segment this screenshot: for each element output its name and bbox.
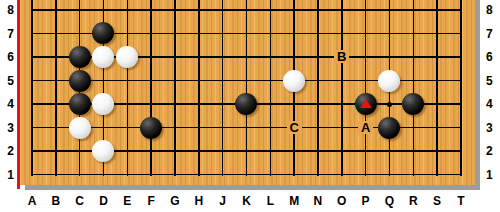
- intersection-K2[interactable]: [235, 139, 259, 163]
- intersection-D1[interactable]: [92, 163, 116, 185]
- coord-label-right-6: 6: [486, 49, 500, 65]
- intersection-B4[interactable]: [44, 92, 68, 116]
- white-stone-M5[interactable]: [283, 70, 305, 92]
- black-stone-C5[interactable]: [69, 70, 91, 92]
- intersection-Q3[interactable]: [378, 116, 402, 140]
- intersection-B1[interactable]: [44, 163, 68, 185]
- intersection-B2[interactable]: [44, 139, 68, 163]
- intersection-F5[interactable]: [139, 69, 163, 93]
- intersection-N8[interactable]: [306, 0, 330, 22]
- intersection-S7[interactable]: [425, 22, 449, 46]
- coord-label-col-D: D: [93, 194, 113, 209]
- coord-label-col-O: O: [332, 194, 352, 209]
- coord-label-left-6: 6: [0, 49, 16, 65]
- coord-label-col-P: P: [356, 194, 376, 209]
- black-stone-P4[interactable]: [355, 93, 377, 115]
- intersection-D3[interactable]: [92, 116, 116, 140]
- coord-label-left-1: 1: [0, 167, 16, 183]
- intersection-G3[interactable]: [163, 116, 187, 140]
- coord-label-col-E: E: [117, 194, 137, 209]
- intersection-N7[interactable]: [306, 22, 330, 46]
- intersection-F3[interactable]: [139, 116, 163, 140]
- intersection-O7[interactable]: [330, 22, 354, 46]
- intersection-K6[interactable]: [235, 45, 259, 69]
- intersection-F1[interactable]: [139, 163, 163, 185]
- board-shadow-right: [475, 0, 480, 190]
- intersection-F2[interactable]: [139, 139, 163, 163]
- intersection-R5[interactable]: [401, 69, 425, 93]
- intersection-B6[interactable]: [44, 45, 68, 69]
- intersection-J4[interactable]: [211, 92, 235, 116]
- intersection-L6[interactable]: [258, 45, 282, 69]
- star-point-Q4: [387, 102, 392, 107]
- intersection-S8[interactable]: [425, 0, 449, 22]
- intersection-S3[interactable]: [425, 116, 449, 140]
- coord-label-right-8: 8: [486, 2, 500, 18]
- intersection-M7[interactable]: [282, 22, 306, 46]
- black-stone-F3[interactable]: [140, 117, 162, 139]
- intersection-D6[interactable]: [92, 45, 116, 69]
- intersection-D4[interactable]: [92, 92, 116, 116]
- intersection-T3[interactable]: [449, 116, 473, 140]
- coord-label-col-H: H: [189, 194, 209, 209]
- intersection-D2[interactable]: [92, 139, 116, 163]
- intersection-L4[interactable]: [258, 92, 282, 116]
- intersection-T8[interactable]: [449, 0, 473, 22]
- intersection-S6[interactable]: [425, 45, 449, 69]
- black-stone-K4[interactable]: [235, 93, 257, 115]
- intersection-G8[interactable]: [163, 0, 187, 22]
- intersection-A7[interactable]: [20, 22, 44, 46]
- coord-label-col-Q: Q: [379, 194, 399, 209]
- intersection-R8[interactable]: [401, 0, 425, 22]
- board-label-C: C: [287, 121, 302, 134]
- coord-label-col-G: G: [165, 194, 185, 209]
- intersection-E6[interactable]: [115, 45, 139, 69]
- intersection-O4[interactable]: [330, 92, 354, 116]
- coord-label-left-7: 7: [0, 26, 16, 42]
- intersection-L3[interactable]: [258, 116, 282, 140]
- intersection-T2[interactable]: [449, 139, 473, 163]
- intersection-O2[interactable]: [330, 139, 354, 163]
- coord-label-col-F: F: [141, 194, 161, 209]
- intersection-J1[interactable]: [211, 163, 235, 185]
- intersection-J2[interactable]: [211, 139, 235, 163]
- intersection-E7[interactable]: [115, 22, 139, 46]
- intersection-S2[interactable]: [425, 139, 449, 163]
- intersection-L7[interactable]: [258, 22, 282, 46]
- intersection-L5[interactable]: [258, 69, 282, 93]
- intersection-G2[interactable]: [163, 139, 187, 163]
- coord-label-col-S: S: [427, 194, 447, 209]
- intersection-R1[interactable]: [401, 163, 425, 185]
- intersection-C1[interactable]: [68, 163, 92, 185]
- coord-label-right-4: 4: [486, 96, 500, 112]
- last-move-triangle-marker: [360, 99, 372, 108]
- intersection-C3[interactable]: [68, 116, 92, 140]
- intersection-B5[interactable]: [44, 69, 68, 93]
- coord-label-col-J: J: [213, 194, 233, 209]
- intersection-C4[interactable]: [68, 92, 92, 116]
- coord-label-left-2: 2: [0, 143, 16, 159]
- intersection-S5[interactable]: [425, 69, 449, 93]
- black-stone-C6[interactable]: [69, 46, 91, 68]
- intersection-H5[interactable]: [187, 69, 211, 93]
- coord-label-right-7: 7: [486, 26, 500, 42]
- intersection-K3[interactable]: [235, 116, 259, 140]
- white-stone-D2[interactable]: [92, 140, 114, 162]
- intersection-H6[interactable]: [187, 45, 211, 69]
- coord-label-left-8: 8: [0, 2, 16, 18]
- intersection-N1[interactable]: [306, 163, 330, 185]
- intersection-R6[interactable]: [401, 45, 425, 69]
- intersection-K1[interactable]: [235, 163, 259, 185]
- intersection-J8[interactable]: [211, 0, 235, 22]
- intersection-E3[interactable]: [115, 116, 139, 140]
- intersection-P2[interactable]: [354, 139, 378, 163]
- intersection-A6[interactable]: [20, 45, 44, 69]
- board-shadow-bottom: [25, 185, 480, 190]
- intersection-C7[interactable]: [68, 22, 92, 46]
- intersection-B3[interactable]: [44, 116, 68, 140]
- intersection-R2[interactable]: [401, 139, 425, 163]
- intersection-H7[interactable]: [187, 22, 211, 46]
- intersection-G4[interactable]: [163, 92, 187, 116]
- coord-label-col-T: T: [451, 194, 471, 209]
- coord-label-left-3: 3: [0, 120, 16, 136]
- intersection-Q8[interactable]: [378, 0, 402, 22]
- intersection-K5[interactable]: [235, 69, 259, 93]
- intersection-K4[interactable]: [235, 92, 259, 116]
- intersection-P4[interactable]: [354, 92, 378, 116]
- intersection-T4[interactable]: [449, 92, 473, 116]
- coord-label-col-N: N: [308, 194, 328, 209]
- intersection-T5[interactable]: [449, 69, 473, 93]
- intersection-N6[interactable]: [306, 45, 330, 69]
- intersection-M5[interactable]: [282, 69, 306, 93]
- intersection-T7[interactable]: [449, 22, 473, 46]
- intersection-Q1[interactable]: [378, 163, 402, 185]
- go-diagram: BCA 87654321 87654321 ABCDEFGHJKLMNOPQRS…: [0, 0, 500, 212]
- intersection-O6[interactable]: B: [330, 45, 354, 69]
- black-stone-Q3[interactable]: [378, 117, 400, 139]
- intersection-A1[interactable]: [20, 163, 44, 185]
- coord-label-right-3: 3: [486, 120, 500, 136]
- intersection-P8[interactable]: [354, 0, 378, 22]
- intersection-G1[interactable]: [163, 163, 187, 185]
- intersection-T1[interactable]: [449, 163, 473, 185]
- intersection-J3[interactable]: [211, 116, 235, 140]
- go-board[interactable]: BCA: [20, 0, 475, 185]
- intersection-H2[interactable]: [187, 139, 211, 163]
- intersection-P3[interactable]: A: [354, 116, 378, 140]
- intersection-H1[interactable]: [187, 163, 211, 185]
- intersection-G7[interactable]: [163, 22, 187, 46]
- coord-label-col-K: K: [236, 194, 256, 209]
- intersection-L1[interactable]: [258, 163, 282, 185]
- intersection-O1[interactable]: [330, 163, 354, 185]
- intersection-R4[interactable]: [401, 92, 425, 116]
- coord-label-col-M: M: [284, 194, 304, 209]
- coord-label-right-2: 2: [486, 143, 500, 159]
- coord-label-right-1: 1: [486, 167, 500, 183]
- coord-label-col-R: R: [403, 194, 423, 209]
- coord-label-col-L: L: [260, 194, 280, 209]
- coord-label-col-C: C: [70, 194, 90, 209]
- intersection-G6[interactable]: [163, 45, 187, 69]
- intersection-K7[interactable]: [235, 22, 259, 46]
- intersection-N2[interactable]: [306, 139, 330, 163]
- intersection-Q2[interactable]: [378, 139, 402, 163]
- intersection-J6[interactable]: [211, 45, 235, 69]
- intersection-H8[interactable]: [187, 0, 211, 22]
- intersection-D5[interactable]: [92, 69, 116, 93]
- intersection-O3[interactable]: [330, 116, 354, 140]
- intersection-M2[interactable]: [282, 139, 306, 163]
- intersection-D7[interactable]: [92, 22, 116, 46]
- intersection-E2[interactable]: [115, 139, 139, 163]
- coord-label-left-5: 5: [0, 73, 16, 89]
- intersection-P7[interactable]: [354, 22, 378, 46]
- intersection-Q4[interactable]: [378, 92, 402, 116]
- board-grid: BCA: [20, 0, 473, 185]
- board-label-A: A: [358, 121, 373, 134]
- intersection-L2[interactable]: [258, 139, 282, 163]
- intersection-J5[interactable]: [211, 69, 235, 93]
- white-stone-Q5[interactable]: [378, 70, 400, 92]
- intersection-S4[interactable]: [425, 92, 449, 116]
- intersection-A5[interactable]: [20, 69, 44, 93]
- coord-label-left-4: 4: [0, 96, 16, 112]
- intersection-P1[interactable]: [354, 163, 378, 185]
- intersection-M8[interactable]: [282, 0, 306, 22]
- intersection-H3[interactable]: [187, 116, 211, 140]
- intersection-O8[interactable]: [330, 0, 354, 22]
- intersection-C2[interactable]: [68, 139, 92, 163]
- intersection-F6[interactable]: [139, 45, 163, 69]
- intersection-R7[interactable]: [401, 22, 425, 46]
- white-stone-C3[interactable]: [69, 117, 91, 139]
- board-label-B: B: [334, 50, 349, 63]
- intersection-P5[interactable]: [354, 69, 378, 93]
- intersection-T6[interactable]: [449, 45, 473, 69]
- white-stone-D6[interactable]: [92, 46, 114, 68]
- black-stone-R4[interactable]: [402, 93, 424, 115]
- black-stone-D7[interactable]: [92, 22, 114, 44]
- intersection-L8[interactable]: [258, 0, 282, 22]
- intersection-B7[interactable]: [44, 22, 68, 46]
- intersection-D8[interactable]: [92, 0, 116, 22]
- intersection-B8[interactable]: [44, 0, 68, 22]
- intersection-E1[interactable]: [115, 163, 139, 185]
- intersection-C5[interactable]: [68, 69, 92, 93]
- intersection-A4[interactable]: [20, 92, 44, 116]
- intersection-J7[interactable]: [211, 22, 235, 46]
- intersection-P6[interactable]: [354, 45, 378, 69]
- intersection-N5[interactable]: [306, 69, 330, 93]
- intersection-M3[interactable]: C: [282, 116, 306, 140]
- intersection-M6[interactable]: [282, 45, 306, 69]
- intersection-S1[interactable]: [425, 163, 449, 185]
- intersection-G5[interactable]: [163, 69, 187, 93]
- black-stone-C4[interactable]: [69, 93, 91, 115]
- intersection-R3[interactable]: [401, 116, 425, 140]
- intersection-M1[interactable]: [282, 163, 306, 185]
- intersection-Q5[interactable]: [378, 69, 402, 93]
- intersection-F8[interactable]: [139, 0, 163, 22]
- intersection-C8[interactable]: [68, 0, 92, 22]
- intersection-F4[interactable]: [139, 92, 163, 116]
- intersection-E5[interactable]: [115, 69, 139, 93]
- intersection-A2[interactable]: [20, 139, 44, 163]
- intersection-N4[interactable]: [306, 92, 330, 116]
- intersection-A8[interactable]: [20, 0, 44, 22]
- intersection-N3[interactable]: [306, 116, 330, 140]
- intersection-K8[interactable]: [235, 0, 259, 22]
- intersection-Q7[interactable]: [378, 22, 402, 46]
- intersection-E8[interactable]: [115, 0, 139, 22]
- intersection-E4[interactable]: [115, 92, 139, 116]
- intersection-F7[interactable]: [139, 22, 163, 46]
- coord-label-col-B: B: [46, 194, 66, 209]
- intersection-A3[interactable]: [20, 116, 44, 140]
- coord-label-col-A: A: [22, 194, 42, 209]
- intersection-M4[interactable]: [282, 92, 306, 116]
- coord-label-right-5: 5: [486, 73, 500, 89]
- white-stone-E6[interactable]: [116, 46, 138, 68]
- white-stone-D4[interactable]: [92, 93, 114, 115]
- intersection-C6[interactable]: [68, 45, 92, 69]
- intersection-H4[interactable]: [187, 92, 211, 116]
- intersection-Q6[interactable]: [378, 45, 402, 69]
- intersection-O5[interactable]: [330, 69, 354, 93]
